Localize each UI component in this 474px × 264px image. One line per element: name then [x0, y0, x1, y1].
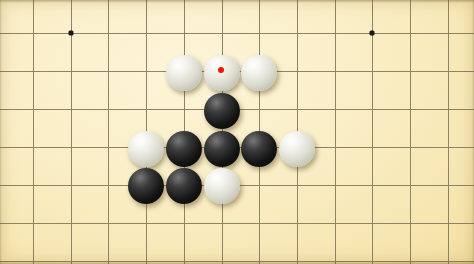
- black-stone: [204, 131, 240, 167]
- board-vline: [372, 0, 373, 264]
- black-stone: [166, 131, 202, 167]
- star-point: [68, 31, 73, 36]
- white-stone: [128, 131, 164, 167]
- board-hline: [0, 223, 474, 224]
- white-stone: [204, 168, 240, 204]
- last-move-marker: [218, 67, 224, 73]
- black-stone: [241, 131, 277, 167]
- board-vline: [410, 0, 411, 264]
- board-vline: [71, 0, 72, 264]
- board-vline: [108, 0, 109, 264]
- white-stone: [241, 55, 277, 91]
- white-stone: [166, 55, 202, 91]
- gomoku-board[interactable]: [0, 0, 474, 264]
- star-point: [370, 31, 375, 36]
- white-stone: [279, 131, 315, 167]
- board-vline: [448, 0, 449, 264]
- board-vline: [33, 0, 34, 264]
- black-stone: [204, 93, 240, 129]
- black-stone: [166, 168, 202, 204]
- board-hline: [0, 261, 474, 262]
- board-vline: [335, 0, 336, 264]
- black-stone: [128, 168, 164, 204]
- white-stone: [204, 55, 240, 91]
